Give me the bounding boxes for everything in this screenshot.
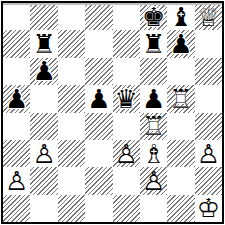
square-g7[interactable]: ♟♟	[167, 30, 194, 57]
square-g3[interactable]	[167, 140, 194, 167]
square-g6[interactable]	[167, 58, 194, 85]
square-a2[interactable]: ♟♙	[3, 167, 30, 194]
square-c1[interactable]	[58, 195, 85, 222]
square-c2[interactable]	[58, 167, 85, 194]
black-king-icon: ♚♚	[140, 3, 167, 30]
square-d2[interactable]	[85, 167, 112, 194]
square-d7[interactable]	[85, 30, 112, 57]
black-rook-icon: ♜♜	[140, 30, 167, 57]
square-a8[interactable]	[3, 3, 30, 30]
square-a7[interactable]	[3, 30, 30, 57]
square-h8[interactable]: ♛♕	[195, 3, 222, 30]
square-a5[interactable]: ♟♟	[3, 85, 30, 112]
square-b6[interactable]: ♟♟	[30, 58, 57, 85]
black-rook-icon: ♜♜	[30, 30, 57, 57]
white-pawn-icon: ♟♙	[3, 167, 30, 194]
square-c4[interactable]	[58, 113, 85, 140]
square-h4[interactable]	[195, 113, 222, 140]
white-rook-icon: ♜♖	[140, 113, 167, 140]
square-b4[interactable]	[30, 113, 57, 140]
square-f7[interactable]: ♜♜	[140, 30, 167, 57]
square-c7[interactable]	[58, 30, 85, 57]
square-f1[interactable]	[140, 195, 167, 222]
square-b1[interactable]	[30, 195, 57, 222]
square-b5[interactable]	[30, 85, 57, 112]
square-d8[interactable]	[85, 3, 112, 30]
square-e7[interactable]	[113, 30, 140, 57]
square-g1[interactable]	[167, 195, 194, 222]
square-h6[interactable]	[195, 58, 222, 85]
square-c6[interactable]	[58, 58, 85, 85]
square-h1[interactable]: ♚♔	[195, 195, 222, 222]
white-bishop-icon: ♝♗	[140, 140, 167, 167]
square-b2[interactable]	[30, 167, 57, 194]
square-c8[interactable]	[58, 3, 85, 30]
square-d1[interactable]	[85, 195, 112, 222]
square-e8[interactable]	[113, 3, 140, 30]
square-e6[interactable]	[113, 58, 140, 85]
black-pawn-icon: ♟♟	[140, 85, 167, 112]
square-g8[interactable]: ♝♝	[167, 3, 194, 30]
square-f4[interactable]: ♜♖	[140, 113, 167, 140]
white-rook-icon: ♜♖	[167, 85, 194, 112]
square-c3[interactable]	[58, 140, 85, 167]
square-f6[interactable]	[140, 58, 167, 85]
square-b7[interactable]: ♜♜	[30, 30, 57, 57]
square-e3[interactable]: ♟♙	[113, 140, 140, 167]
square-e2[interactable]	[113, 167, 140, 194]
square-f3[interactable]: ♝♗	[140, 140, 167, 167]
black-pawn-icon: ♟♟	[85, 85, 112, 112]
square-f8[interactable]: ♚♚	[140, 3, 167, 30]
white-pawn-icon: ♟♙	[195, 140, 222, 167]
square-f5[interactable]: ♟♟	[140, 85, 167, 112]
square-f2[interactable]: ♟♙	[140, 167, 167, 194]
square-h7[interactable]	[195, 30, 222, 57]
square-a3[interactable]	[3, 140, 30, 167]
square-a6[interactable]	[3, 58, 30, 85]
square-g2[interactable]	[167, 167, 194, 194]
square-e1[interactable]	[113, 195, 140, 222]
square-h5[interactable]	[195, 85, 222, 112]
square-d4[interactable]	[85, 113, 112, 140]
square-e5[interactable]: ♛♛	[113, 85, 140, 112]
square-h3[interactable]: ♟♙	[195, 140, 222, 167]
square-g4[interactable]	[167, 113, 194, 140]
white-pawn-icon: ♟♙	[30, 140, 57, 167]
white-pawn-icon: ♟♙	[113, 140, 140, 167]
white-queen-icon: ♛♕	[195, 3, 222, 30]
square-d3[interactable]	[85, 140, 112, 167]
square-b8[interactable]	[30, 3, 57, 30]
white-pawn-icon: ♟♙	[140, 167, 167, 194]
square-c5[interactable]	[58, 85, 85, 112]
square-e4[interactable]	[113, 113, 140, 140]
black-pawn-icon: ♟♟	[30, 58, 57, 85]
square-b3[interactable]: ♟♙	[30, 140, 57, 167]
chess-board: ♚♚♝♝♛♕♜♜♜♜♟♟♟♟♟♟♟♟♛♛♟♟♜♖♜♖♟♙♟♙♝♗♟♙♟♙♟♙♚♔	[1, 1, 224, 224]
black-bishop-icon: ♝♝	[167, 3, 194, 30]
square-h2[interactable]	[195, 167, 222, 194]
square-d6[interactable]	[85, 58, 112, 85]
square-d5[interactable]: ♟♟	[85, 85, 112, 112]
black-pawn-icon: ♟♟	[3, 85, 30, 112]
black-queen-icon: ♛♛	[113, 85, 140, 112]
square-a1[interactable]	[3, 195, 30, 222]
black-pawn-icon: ♟♟	[167, 30, 194, 57]
white-king-icon: ♚♔	[195, 195, 222, 222]
chess-diagram: ♚♚♝♝♛♕♜♜♜♜♟♟♟♟♟♟♟♟♛♛♟♟♜♖♜♖♟♙♟♙♝♗♟♙♟♙♟♙♚♔	[0, 0, 225, 225]
square-g5[interactable]: ♜♖	[167, 85, 194, 112]
square-a4[interactable]	[3, 113, 30, 140]
